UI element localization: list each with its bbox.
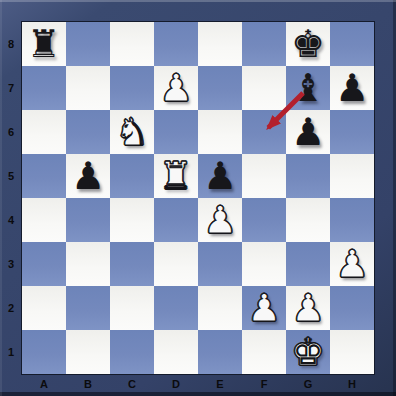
white-pawn[interactable]: ♟ (335, 242, 369, 286)
file-label-f: F (242, 374, 286, 396)
black-pawn[interactable]: ♟ (203, 154, 237, 198)
black-rook[interactable]: ♜ (27, 22, 61, 66)
square-a6[interactable] (22, 110, 66, 154)
black-pawn[interactable]: ♟ (335, 66, 369, 110)
square-b4[interactable] (66, 198, 110, 242)
white-king[interactable]: ♚ (291, 330, 325, 374)
file-label-b: B (66, 374, 110, 396)
square-d6[interactable] (154, 110, 198, 154)
square-f1[interactable] (242, 330, 286, 374)
white-rook[interactable]: ♜ (159, 154, 193, 198)
file-label-a: A (22, 374, 66, 396)
file-label-h: H (330, 374, 374, 396)
file-label-e: E (198, 374, 242, 396)
square-e1[interactable] (198, 330, 242, 374)
white-pawn[interactable]: ♟ (291, 286, 325, 330)
square-a5[interactable] (22, 154, 66, 198)
square-g2[interactable]: ♟ (286, 286, 330, 330)
square-e6[interactable] (198, 110, 242, 154)
square-d1[interactable] (154, 330, 198, 374)
file-label-g: G (286, 374, 330, 396)
chess-board-frame: ♜♚♟♝♟♞♟♟♜♟♟♟♟♟♚ 87654321ABCDEFGH (0, 0, 396, 396)
square-b8[interactable] (66, 22, 110, 66)
rank-label-2: 2 (0, 286, 22, 330)
square-b3[interactable] (66, 242, 110, 286)
white-pawn[interactable]: ♟ (247, 286, 281, 330)
square-c3[interactable] (110, 242, 154, 286)
square-f3[interactable] (242, 242, 286, 286)
square-c8[interactable] (110, 22, 154, 66)
square-b5[interactable]: ♟ (66, 154, 110, 198)
square-e2[interactable] (198, 286, 242, 330)
square-e4[interactable]: ♟ (198, 198, 242, 242)
square-h8[interactable] (330, 22, 374, 66)
black-king[interactable]: ♚ (291, 22, 325, 66)
square-f5[interactable] (242, 154, 286, 198)
square-d8[interactable] (154, 22, 198, 66)
white-knight[interactable]: ♞ (115, 110, 149, 154)
white-pawn[interactable]: ♟ (159, 66, 193, 110)
white-pawn[interactable]: ♟ (203, 198, 237, 242)
square-g3[interactable] (286, 242, 330, 286)
file-label-c: C (110, 374, 154, 396)
black-pawn[interactable]: ♟ (291, 110, 325, 154)
square-e8[interactable] (198, 22, 242, 66)
rank-label-3: 3 (0, 242, 22, 286)
square-b6[interactable] (66, 110, 110, 154)
square-c5[interactable] (110, 154, 154, 198)
square-f6[interactable] (242, 110, 286, 154)
square-a4[interactable] (22, 198, 66, 242)
rank-label-8: 8 (0, 22, 22, 66)
rank-label-7: 7 (0, 66, 22, 110)
square-b1[interactable] (66, 330, 110, 374)
square-h6[interactable] (330, 110, 374, 154)
square-g7[interactable]: ♝ (286, 66, 330, 110)
square-c2[interactable] (110, 286, 154, 330)
square-h1[interactable] (330, 330, 374, 374)
square-c7[interactable] (110, 66, 154, 110)
file-label-d: D (154, 374, 198, 396)
square-d4[interactable] (154, 198, 198, 242)
square-c6[interactable]: ♞ (110, 110, 154, 154)
square-g8[interactable]: ♚ (286, 22, 330, 66)
square-d3[interactable] (154, 242, 198, 286)
square-a7[interactable] (22, 66, 66, 110)
square-e7[interactable] (198, 66, 242, 110)
square-b2[interactable] (66, 286, 110, 330)
rank-label-1: 1 (0, 330, 22, 374)
square-g4[interactable] (286, 198, 330, 242)
rank-label-5: 5 (0, 154, 22, 198)
black-bishop[interactable]: ♝ (291, 66, 325, 110)
square-h5[interactable] (330, 154, 374, 198)
square-h4[interactable] (330, 198, 374, 242)
square-d2[interactable] (154, 286, 198, 330)
square-g1[interactable]: ♚ (286, 330, 330, 374)
square-f8[interactable] (242, 22, 286, 66)
square-h2[interactable] (330, 286, 374, 330)
square-e5[interactable]: ♟ (198, 154, 242, 198)
square-a8[interactable]: ♜ (22, 22, 66, 66)
chess-board: ♜♚♟♝♟♞♟♟♜♟♟♟♟♟♚ (22, 22, 374, 374)
square-c1[interactable] (110, 330, 154, 374)
square-g5[interactable] (286, 154, 330, 198)
rank-label-6: 6 (0, 110, 22, 154)
square-d7[interactable]: ♟ (154, 66, 198, 110)
square-a1[interactable] (22, 330, 66, 374)
square-b7[interactable] (66, 66, 110, 110)
square-f4[interactable] (242, 198, 286, 242)
square-d5[interactable]: ♜ (154, 154, 198, 198)
square-h3[interactable]: ♟ (330, 242, 374, 286)
square-a3[interactable] (22, 242, 66, 286)
square-f2[interactable]: ♟ (242, 286, 286, 330)
square-h7[interactable]: ♟ (330, 66, 374, 110)
rank-label-4: 4 (0, 198, 22, 242)
square-f7[interactable] (242, 66, 286, 110)
square-a2[interactable] (22, 286, 66, 330)
black-pawn[interactable]: ♟ (71, 154, 105, 198)
square-e3[interactable] (198, 242, 242, 286)
square-g6[interactable]: ♟ (286, 110, 330, 154)
square-c4[interactable] (110, 198, 154, 242)
